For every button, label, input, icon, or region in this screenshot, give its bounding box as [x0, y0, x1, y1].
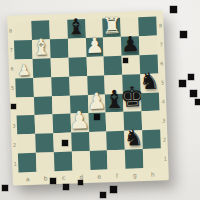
square-c1[interactable] — [54, 152, 73, 171]
rank-label-7: 7 — [158, 35, 165, 54]
black-pawn[interactable]: ♟ — [121, 34, 141, 56]
square-h4[interactable] — [141, 92, 160, 111]
square-a1[interactable] — [18, 153, 37, 172]
black-square-marker — [110, 186, 117, 193]
square-a6[interactable]: ♟ — [15, 59, 34, 78]
file-labels: abcdefgh — [19, 169, 162, 184]
rank-label-2: 2 — [161, 130, 168, 149]
file-label-e: e — [90, 171, 108, 182]
square-h3[interactable] — [142, 111, 161, 130]
rank-label-1: 1 — [162, 148, 169, 167]
square-d8[interactable]: ♝ — [67, 19, 86, 38]
square-g6[interactable] — [122, 55, 141, 74]
square-h2[interactable] — [142, 130, 161, 149]
board-grid: ♝♜♝♟♟♟♞♟♝♚♟♞ — [13, 17, 161, 173]
black-square-marker — [180, 31, 187, 38]
black-square-marker — [100, 192, 106, 198]
square-c2[interactable] — [53, 133, 72, 152]
square-e3[interactable] — [88, 113, 107, 132]
white-pawn[interactable]: ♟ — [17, 63, 31, 78]
file-label-f: f — [108, 171, 126, 182]
white-pawn[interactable]: ♟ — [85, 35, 105, 57]
square-h8[interactable] — [138, 17, 157, 36]
file-label-h: h — [144, 169, 162, 180]
black-square-marker — [188, 74, 194, 80]
black-bishop[interactable]: ♝ — [66, 16, 86, 39]
square-a4[interactable] — [16, 96, 35, 115]
square-c5[interactable] — [51, 76, 70, 95]
square-d3[interactable]: ♟ — [70, 113, 89, 132]
photo-background: ♝♜♝♟♟♟♞♟♝♚♟♞ abcdefgh 87654321 87654321 — [0, 0, 200, 200]
square-d1[interactable] — [71, 151, 90, 170]
square-b2[interactable] — [35, 133, 54, 152]
square-a2[interactable] — [17, 134, 36, 153]
square-d5[interactable] — [69, 76, 88, 95]
square-a5[interactable] — [15, 78, 34, 97]
square-f1[interactable] — [107, 150, 126, 169]
square-c8[interactable] — [49, 20, 68, 39]
square-b1[interactable] — [36, 152, 55, 171]
square-h1[interactable] — [143, 149, 162, 168]
square-a3[interactable] — [17, 115, 36, 134]
square-b6[interactable] — [32, 58, 51, 77]
square-e2[interactable] — [89, 132, 108, 151]
white-pawn[interactable]: ♟ — [68, 108, 90, 133]
square-e6[interactable] — [86, 56, 105, 75]
square-f8[interactable]: ♜ — [103, 18, 122, 37]
square-c6[interactable] — [50, 57, 69, 76]
rank-label-4: 4 — [160, 92, 167, 111]
square-f7[interactable] — [103, 37, 122, 56]
black-square-marker — [179, 80, 186, 87]
square-b3[interactable] — [34, 115, 53, 134]
square-f2[interactable] — [107, 131, 126, 150]
square-e7[interactable]: ♟ — [85, 37, 104, 56]
square-g7[interactable]: ♟ — [121, 36, 140, 55]
file-label-c: c — [54, 173, 72, 184]
square-h7[interactable] — [139, 35, 158, 54]
rank-label-8: 8 — [157, 16, 164, 35]
black-square-marker — [63, 184, 69, 190]
square-g1[interactable] — [125, 149, 144, 168]
square-c7[interactable] — [50, 39, 69, 58]
square-a7[interactable] — [14, 40, 33, 59]
black-square-marker — [2, 185, 8, 191]
square-g2[interactable]: ♞ — [124, 130, 143, 149]
chess-mat: ♝♜♝♟♟♟♞♟♝♚♟♞ abcdefgh 87654321 87654321 — [7, 10, 169, 185]
black-knight[interactable]: ♞ — [123, 127, 143, 150]
square-d2[interactable] — [71, 132, 90, 151]
white-bishop[interactable]: ♝ — [31, 36, 51, 59]
black-square-marker — [195, 99, 200, 105]
square-g4[interactable]: ♚ — [123, 93, 142, 112]
square-d7[interactable] — [68, 38, 87, 57]
square-d6[interactable] — [68, 57, 87, 76]
square-f6[interactable] — [104, 56, 123, 75]
square-a8[interactable] — [13, 21, 32, 40]
file-label-g: g — [126, 170, 144, 181]
black-square-marker — [190, 90, 197, 97]
black-square-marker — [170, 6, 177, 13]
square-f3[interactable] — [106, 112, 125, 131]
square-e1[interactable] — [89, 150, 108, 169]
white-rook[interactable]: ♜ — [102, 15, 122, 38]
square-b4[interactable] — [34, 96, 53, 115]
rank-label-3: 3 — [160, 111, 167, 130]
square-b5[interactable] — [33, 77, 52, 96]
file-label-a: a — [19, 174, 37, 185]
file-label-d: d — [72, 172, 90, 183]
file-label-b: b — [36, 173, 54, 184]
square-b7[interactable]: ♝ — [32, 39, 51, 58]
